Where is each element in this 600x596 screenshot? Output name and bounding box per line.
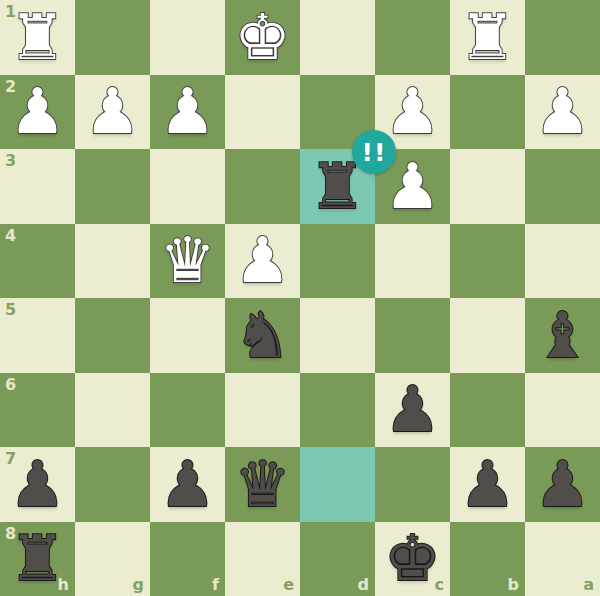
black-pawn[interactable]: ♟	[159, 453, 215, 516]
square-g5[interactable]	[75, 298, 150, 373]
square-d5[interactable]	[300, 298, 375, 373]
square-h3[interactable]: 3	[0, 149, 75, 224]
black-queen[interactable]: ♛	[234, 453, 290, 516]
square-f5[interactable]	[150, 298, 225, 373]
white-pawn[interactable]: ♟	[234, 229, 290, 292]
square-a3[interactable]	[525, 149, 600, 224]
square-c5[interactable]	[375, 298, 450, 373]
black-pawn[interactable]: ♟	[534, 453, 590, 516]
black-bishop[interactable]: ♝	[534, 304, 590, 367]
square-f8[interactable]: f	[150, 522, 225, 596]
square-a2[interactable]: ♟	[525, 75, 600, 150]
square-f6[interactable]	[150, 373, 225, 448]
rank-label-8: 8	[5, 526, 16, 542]
file-label-h: h	[58, 577, 69, 593]
white-pawn[interactable]: ♟	[84, 80, 140, 143]
chess-board: !! 1♜♚♜2♟♟♟♟♟3♜♟4♛♟5♞♝6♟7♟♟♛♟♟8h♜gfedc♚b…	[0, 0, 600, 596]
file-label-d: d	[358, 577, 369, 593]
white-pawn[interactable]: ♟	[9, 80, 65, 143]
file-label-e: e	[283, 577, 294, 593]
square-a8[interactable]: a	[525, 522, 600, 596]
square-e1[interactable]: ♚	[225, 0, 300, 75]
square-c6[interactable]: ♟	[375, 373, 450, 448]
rank-label-6: 6	[5, 377, 16, 393]
file-label-a: a	[583, 577, 594, 593]
square-h5[interactable]: 5	[0, 298, 75, 373]
square-g6[interactable]	[75, 373, 150, 448]
rank-label-3: 3	[5, 153, 16, 169]
square-c7[interactable]	[375, 447, 450, 522]
file-label-f: f	[212, 577, 219, 593]
square-b8[interactable]: b	[450, 522, 525, 596]
white-rook[interactable]: ♜	[459, 6, 515, 69]
square-h8[interactable]: 8h♜	[0, 522, 75, 596]
square-f3[interactable]	[150, 149, 225, 224]
rank-label-2: 2	[5, 79, 16, 95]
square-h2[interactable]: 2♟	[0, 75, 75, 150]
square-a5[interactable]: ♝	[525, 298, 600, 373]
square-h6[interactable]: 6	[0, 373, 75, 448]
square-d1[interactable]	[300, 0, 375, 75]
square-b5[interactable]	[450, 298, 525, 373]
square-f7[interactable]: ♟	[150, 447, 225, 522]
rank-label-4: 4	[5, 228, 16, 244]
square-g7[interactable]	[75, 447, 150, 522]
white-rook[interactable]: ♜	[9, 6, 65, 69]
rank-label-7: 7	[5, 451, 16, 467]
square-d7[interactable]	[300, 447, 375, 522]
square-g8[interactable]: g	[75, 522, 150, 596]
white-pawn[interactable]: ♟	[159, 80, 215, 143]
square-a1[interactable]	[525, 0, 600, 75]
square-h1[interactable]: 1♜	[0, 0, 75, 75]
black-pawn[interactable]: ♟	[384, 378, 440, 441]
file-label-b: b	[508, 577, 519, 593]
black-pawn[interactable]: ♟	[9, 453, 65, 516]
black-pawn[interactable]: ♟	[459, 453, 515, 516]
square-c1[interactable]	[375, 0, 450, 75]
file-label-g: g	[133, 577, 144, 593]
square-e8[interactable]: e	[225, 522, 300, 596]
square-e3[interactable]	[225, 149, 300, 224]
square-d4[interactable]	[300, 224, 375, 299]
square-b6[interactable]	[450, 373, 525, 448]
file-label-c: c	[435, 577, 444, 593]
square-c8[interactable]: c♚	[375, 522, 450, 596]
square-a4[interactable]	[525, 224, 600, 299]
square-b7[interactable]: ♟	[450, 447, 525, 522]
brilliant-move-badge: !!	[352, 130, 396, 174]
rank-label-1: 1	[5, 4, 16, 20]
square-h7[interactable]: 7♟	[0, 447, 75, 522]
square-e4[interactable]: ♟	[225, 224, 300, 299]
square-a6[interactable]	[525, 373, 600, 448]
square-h4[interactable]: 4	[0, 224, 75, 299]
black-knight[interactable]: ♞	[234, 304, 290, 367]
square-e7[interactable]: ♛	[225, 447, 300, 522]
square-b2[interactable]	[450, 75, 525, 150]
square-b3[interactable]	[450, 149, 525, 224]
square-f4[interactable]: ♛	[150, 224, 225, 299]
square-d8[interactable]: d	[300, 522, 375, 596]
black-king[interactable]: ♚	[384, 527, 440, 590]
square-e2[interactable]	[225, 75, 300, 150]
square-g1[interactable]	[75, 0, 150, 75]
white-king[interactable]: ♚	[234, 6, 290, 69]
square-e6[interactable]	[225, 373, 300, 448]
square-g3[interactable]	[75, 149, 150, 224]
white-pawn[interactable]: ♟	[534, 80, 590, 143]
square-c4[interactable]	[375, 224, 450, 299]
white-pawn[interactable]: ♟	[384, 80, 440, 143]
white-pawn[interactable]: ♟	[384, 155, 440, 218]
square-g2[interactable]: ♟	[75, 75, 150, 150]
white-queen[interactable]: ♛	[159, 229, 215, 292]
square-b4[interactable]	[450, 224, 525, 299]
rank-label-5: 5	[5, 302, 16, 318]
square-e5[interactable]: ♞	[225, 298, 300, 373]
square-d6[interactable]	[300, 373, 375, 448]
square-f1[interactable]	[150, 0, 225, 75]
square-g4[interactable]	[75, 224, 150, 299]
square-b1[interactable]: ♜	[450, 0, 525, 75]
square-a7[interactable]: ♟	[525, 447, 600, 522]
square-f2[interactable]: ♟	[150, 75, 225, 150]
